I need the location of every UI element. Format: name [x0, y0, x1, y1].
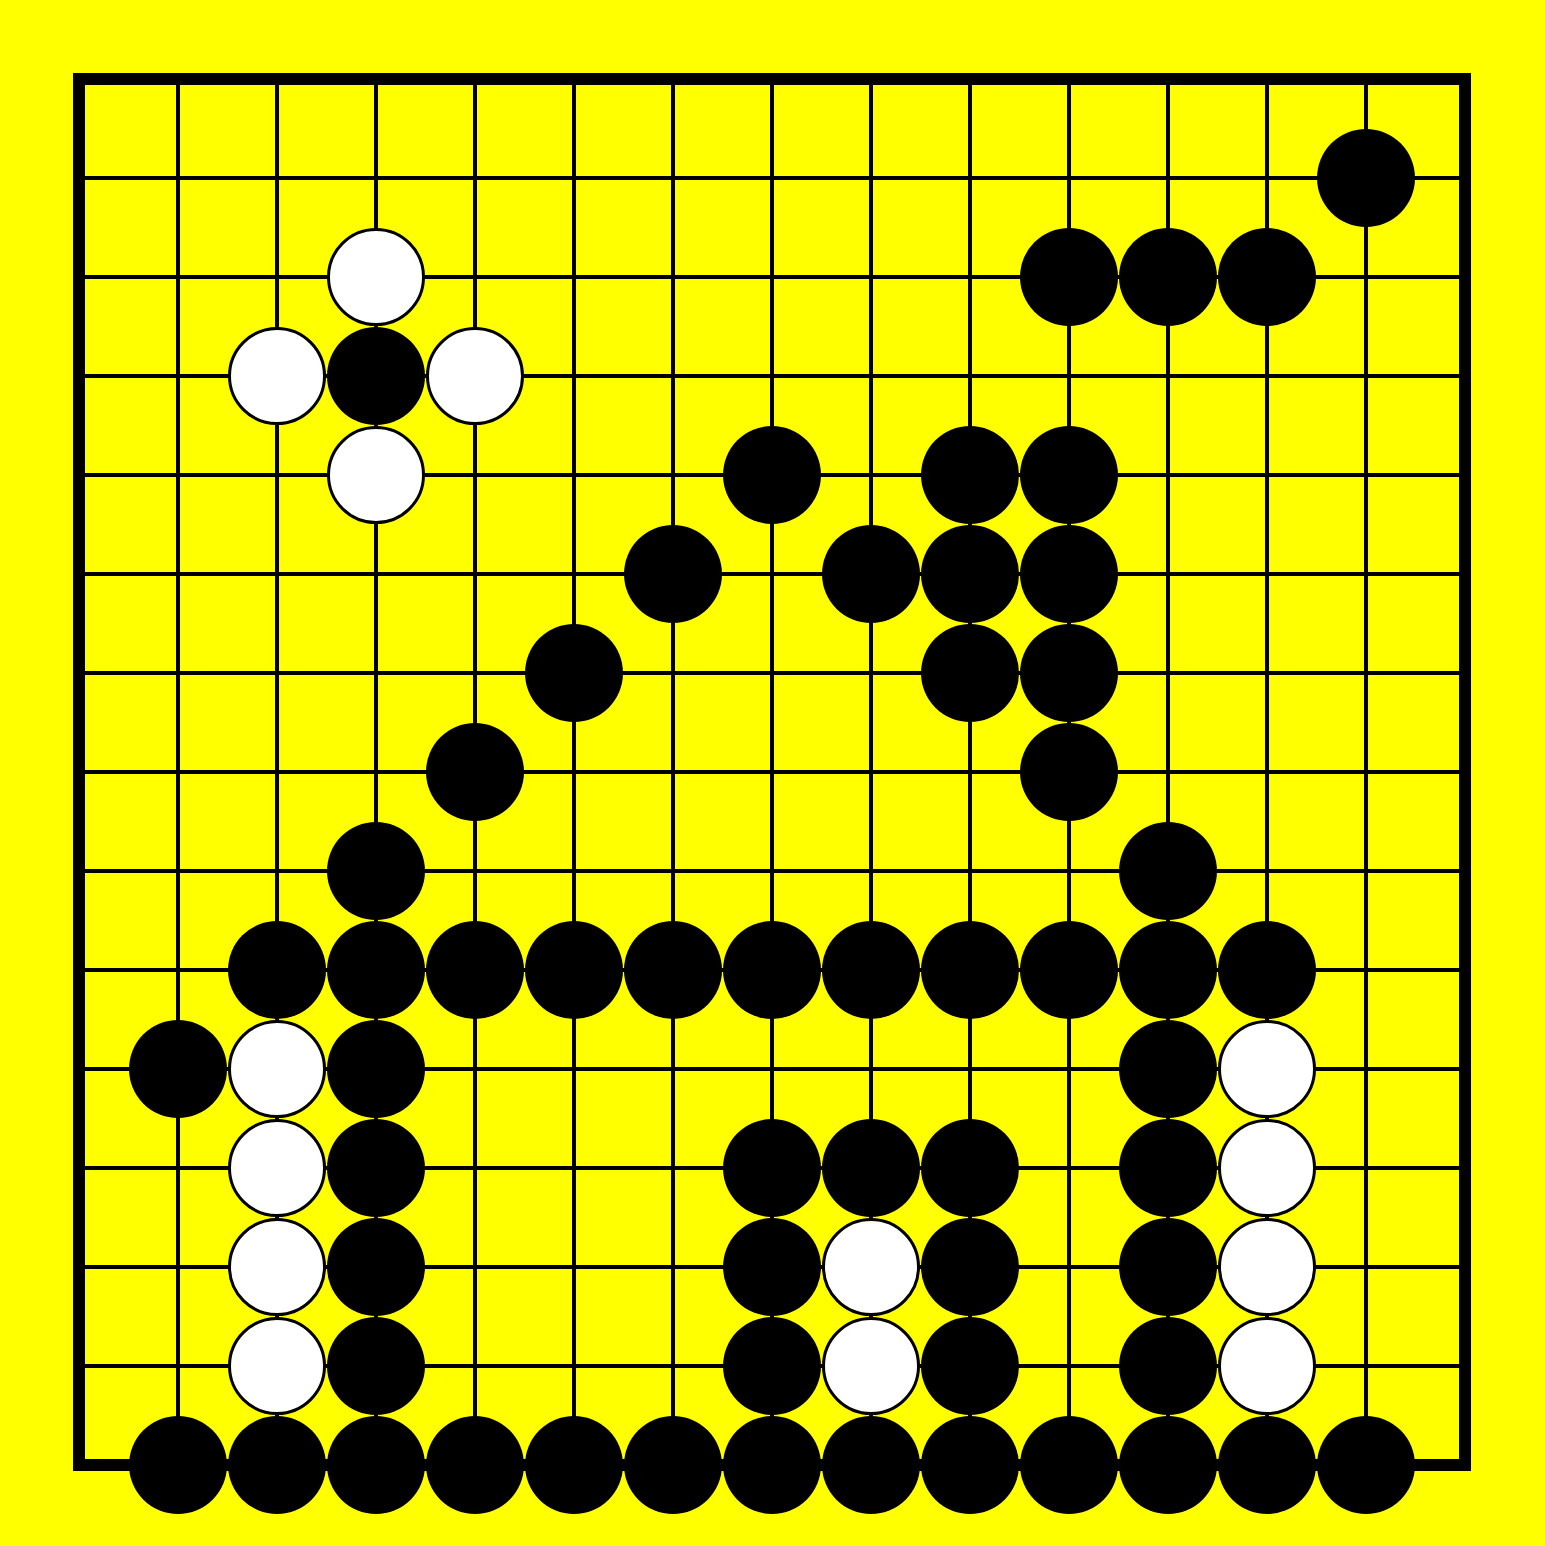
white-stone	[228, 1119, 326, 1217]
black-stone	[129, 1020, 227, 1118]
black-stone	[327, 1317, 425, 1415]
black-stone	[1317, 1416, 1415, 1514]
black-stone	[921, 1416, 1019, 1514]
black-stone	[525, 1416, 623, 1514]
go-diagram	[0, 0, 1545, 1546]
black-stone	[426, 921, 524, 1019]
white-stone	[228, 327, 326, 425]
black-stone	[723, 426, 821, 524]
white-stone	[327, 426, 425, 524]
grid-line-horizontal	[79, 869, 1465, 873]
black-stone	[822, 921, 920, 1019]
white-stone	[1218, 1020, 1316, 1118]
black-stone	[723, 1119, 821, 1217]
black-stone	[921, 525, 1019, 623]
black-stone	[327, 921, 425, 1019]
black-stone	[921, 426, 1019, 524]
black-stone	[228, 921, 326, 1019]
black-stone	[327, 1416, 425, 1514]
black-stone	[1218, 1416, 1316, 1514]
black-stone	[327, 1020, 425, 1118]
black-stone	[1020, 624, 1118, 722]
black-stone	[723, 1317, 821, 1415]
black-stone	[723, 1416, 821, 1514]
black-stone	[822, 1119, 920, 1217]
black-stone	[921, 1119, 1019, 1217]
black-stone	[129, 1416, 227, 1514]
white-stone	[228, 1317, 326, 1415]
black-stone	[1020, 723, 1118, 821]
black-stone	[327, 1218, 425, 1316]
black-stone	[228, 1416, 326, 1514]
white-stone	[1218, 1218, 1316, 1316]
black-stone	[525, 921, 623, 1019]
black-stone	[1020, 1416, 1118, 1514]
black-stone	[822, 525, 920, 623]
black-stone	[1119, 921, 1217, 1019]
black-stone	[1119, 1317, 1217, 1415]
black-stone	[921, 1317, 1019, 1415]
go-board[interactable]	[30, 30, 1515, 1515]
white-stone	[228, 1020, 326, 1118]
black-stone	[1218, 228, 1316, 326]
black-stone	[1119, 228, 1217, 326]
black-stone	[1317, 129, 1415, 227]
grid-line-vertical	[1364, 79, 1368, 1465]
black-stone	[723, 1218, 821, 1316]
black-stone	[1119, 822, 1217, 920]
black-stone	[624, 1416, 722, 1514]
black-stone	[327, 327, 425, 425]
white-stone	[426, 327, 524, 425]
white-stone	[1218, 1317, 1316, 1415]
white-stone	[327, 228, 425, 326]
white-stone	[1218, 1119, 1316, 1217]
black-stone	[624, 525, 722, 623]
black-stone	[1020, 426, 1118, 524]
black-stone	[624, 921, 722, 1019]
black-stone	[327, 1119, 425, 1217]
black-stone	[921, 624, 1019, 722]
black-stone	[426, 1416, 524, 1514]
white-stone	[228, 1218, 326, 1316]
black-stone	[1218, 921, 1316, 1019]
black-stone	[1119, 1020, 1217, 1118]
black-stone	[426, 723, 524, 821]
black-stone	[327, 822, 425, 920]
black-stone	[1119, 1218, 1217, 1316]
white-stone	[822, 1317, 920, 1415]
black-stone	[1020, 525, 1118, 623]
black-stone	[921, 1218, 1019, 1316]
black-stone	[1020, 228, 1118, 326]
white-stone	[822, 1218, 920, 1316]
black-stone	[723, 921, 821, 1019]
black-stone	[1119, 1416, 1217, 1514]
grid-line-horizontal	[79, 770, 1465, 774]
black-stone	[1020, 921, 1118, 1019]
black-stone	[822, 1416, 920, 1514]
black-stone	[921, 921, 1019, 1019]
black-stone	[1119, 1119, 1217, 1217]
black-stone	[525, 624, 623, 722]
